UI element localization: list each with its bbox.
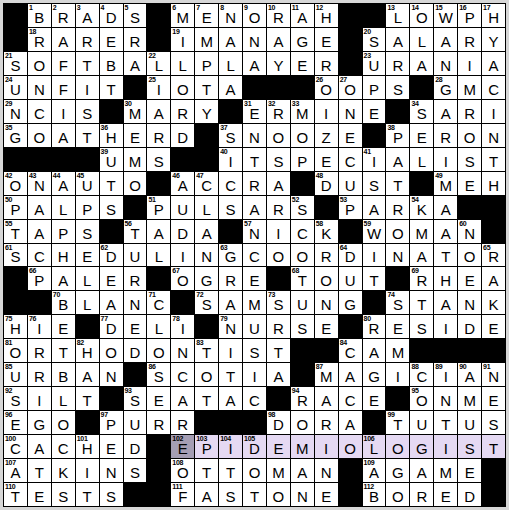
grid-cell-r5c6[interactable]: R	[147, 124, 170, 147]
grid-cell-r2c17[interactable]: A	[410, 52, 433, 75]
grid-cell-r17c20[interactable]: S	[482, 411, 505, 434]
grid-cell-r12c19[interactable]: N	[458, 291, 481, 314]
grid-cell-r16c0[interactable]: 92S	[4, 387, 27, 410]
grid-cell-r0c19[interactable]: 16P	[458, 4, 481, 27]
grid-cell-r6c5[interactable]: M	[124, 148, 147, 171]
grid-cell-r16c2[interactable]: L	[52, 387, 75, 410]
grid-cell-r0c20[interactable]: 17H	[482, 4, 505, 27]
grid-cell-r9c2[interactable]: P	[52, 220, 75, 243]
grid-cell-r13c9[interactable]: 79N	[219, 315, 242, 338]
grid-cell-r18c11[interactable]: E	[267, 435, 290, 458]
grid-cell-r10c14[interactable]: 64D	[339, 244, 362, 267]
grid-cell-r15c20[interactable]: 91N	[482, 363, 505, 386]
grid-cell-r2c1[interactable]: O	[28, 52, 51, 75]
grid-cell-r0c12[interactable]: 11A	[291, 4, 314, 27]
grid-cell-r20c11[interactable]: O	[267, 483, 290, 506]
grid-cell-r11c18[interactable]: H	[434, 267, 457, 290]
grid-cell-r1c16[interactable]: A	[386, 28, 409, 51]
grid-cell-r15c9[interactable]: T	[219, 363, 242, 386]
grid-cell-r3c16[interactable]: S	[386, 76, 409, 99]
grid-cell-r3c3[interactable]: I	[76, 76, 99, 99]
grid-cell-r20c10[interactable]: T	[243, 483, 266, 506]
grid-cell-r0c8[interactable]: 7E	[195, 4, 218, 27]
grid-cell-r14c8[interactable]: 83T	[195, 339, 218, 362]
grid-cell-r12c4[interactable]: A	[100, 291, 123, 314]
grid-cell-r20c9[interactable]: S	[219, 483, 242, 506]
grid-cell-r16c18[interactable]: N	[434, 387, 457, 410]
grid-cell-r19c5[interactable]: S	[124, 459, 147, 482]
grid-cell-r4c6[interactable]: A	[147, 100, 170, 123]
grid-cell-r8c18[interactable]: A	[434, 196, 457, 219]
grid-cell-r12c6[interactable]: 71C	[147, 291, 170, 314]
grid-cell-r2c2[interactable]: F	[52, 52, 75, 75]
grid-cell-r5c10[interactable]: N	[243, 124, 266, 147]
grid-cell-r7c9[interactable]: C	[219, 172, 242, 195]
grid-cell-r7c20[interactable]: H	[482, 172, 505, 195]
grid-cell-r2c8[interactable]: P	[195, 52, 218, 75]
grid-cell-r10c12[interactable]: O	[291, 244, 314, 267]
grid-cell-r19c9[interactable]: T	[219, 459, 242, 482]
grid-cell-r2c12[interactable]: E	[291, 52, 314, 75]
grid-cell-r14c16[interactable]: M	[386, 339, 409, 362]
grid-cell-r9c10[interactable]: 57N	[243, 220, 266, 243]
grid-cell-r7c4[interactable]: T	[100, 172, 123, 195]
grid-cell-r16c14[interactable]: C	[339, 387, 362, 410]
grid-cell-r8c11[interactable]: R	[267, 196, 290, 219]
grid-cell-r7c3[interactable]: 45U	[76, 172, 99, 195]
grid-cell-r9c15[interactable]: 59W	[363, 220, 386, 243]
grid-cell-r9c16[interactable]: O	[386, 220, 409, 243]
grid-cell-r18c14[interactable]: O	[339, 435, 362, 458]
grid-cell-r18c0[interactable]: 100C	[4, 435, 27, 458]
grid-cell-r3c2[interactable]: F	[52, 76, 75, 99]
grid-cell-r11c1[interactable]: 66P	[28, 267, 51, 290]
grid-cell-r18c9[interactable]: 104I	[219, 435, 242, 458]
grid-cell-r20c18[interactable]: E	[434, 483, 457, 506]
grid-cell-r8c4[interactable]: S	[100, 196, 123, 219]
grid-cell-r0c2[interactable]: 2R	[52, 4, 75, 27]
grid-cell-r8c12[interactable]: 52S	[291, 196, 314, 219]
grid-cell-r4c13[interactable]: I	[315, 100, 338, 123]
grid-cell-r19c15[interactable]: 109A	[363, 459, 386, 482]
grid-cell-r16c19[interactable]: M	[458, 387, 481, 410]
grid-cell-r2c9[interactable]: L	[219, 52, 242, 75]
grid-cell-r13c11[interactable]: R	[267, 315, 290, 338]
grid-cell-r10c5[interactable]: U	[124, 244, 147, 267]
grid-cell-r20c2[interactable]: S	[52, 483, 75, 506]
grid-cell-r8c8[interactable]: L	[195, 196, 218, 219]
grid-cell-r11c17[interactable]: 69R	[410, 267, 433, 290]
grid-cell-r19c12[interactable]: A	[291, 459, 314, 482]
grid-cell-r5c11[interactable]: O	[267, 124, 290, 147]
grid-cell-r13c13[interactable]: E	[315, 315, 338, 338]
grid-cell-r10c9[interactable]: 63G	[219, 244, 242, 267]
grid-cell-r3c15[interactable]: P	[363, 76, 386, 99]
grid-cell-r12c20[interactable]: K	[482, 291, 505, 314]
grid-cell-r0c3[interactable]: 3A	[76, 4, 99, 27]
grid-cell-r9c13[interactable]: 58K	[315, 220, 338, 243]
grid-cell-r6c11[interactable]: S	[267, 148, 290, 171]
grid-cell-r2c11[interactable]: Y	[267, 52, 290, 75]
grid-cell-r13c2[interactable]: E	[52, 315, 75, 338]
grid-cell-r9c0[interactable]: 55T	[4, 220, 27, 243]
grid-cell-r17c16[interactable]: 99T	[386, 411, 409, 434]
grid-cell-r14c15[interactable]: A	[363, 339, 386, 362]
grid-cell-r17c12[interactable]: O	[291, 411, 314, 434]
grid-cell-r5c5[interactable]: E	[124, 124, 147, 147]
grid-cell-r5c2[interactable]: A	[52, 124, 75, 147]
grid-cell-r1c3[interactable]: R	[76, 28, 99, 51]
grid-cell-r1c7[interactable]: 19I	[171, 28, 194, 51]
grid-cell-r7c1[interactable]: 43N	[28, 172, 51, 195]
grid-cell-r1c10[interactable]: N	[243, 28, 266, 51]
grid-cell-r12c11[interactable]: 73S	[267, 291, 290, 314]
grid-cell-r13c4[interactable]: 77D	[100, 315, 123, 338]
grid-cell-r12c5[interactable]: N	[124, 291, 147, 314]
grid-cell-r16c20[interactable]: E	[482, 387, 505, 410]
grid-cell-r0c9[interactable]: 8N	[219, 4, 242, 27]
grid-cell-r7c18[interactable]: 49M	[434, 172, 457, 195]
grid-cell-r18c15[interactable]: 106L	[363, 435, 386, 458]
grid-cell-r3c7[interactable]: O	[171, 76, 194, 99]
grid-cell-r3c1[interactable]: N	[28, 76, 51, 99]
grid-cell-r15c0[interactable]: 85U	[4, 363, 27, 386]
grid-cell-r7c19[interactable]: E	[458, 172, 481, 195]
grid-cell-r17c4[interactable]: 97P	[100, 411, 123, 434]
grid-cell-r8c7[interactable]: U	[171, 196, 194, 219]
grid-cell-r4c0[interactable]: 29N	[4, 100, 27, 123]
grid-cell-r3c19[interactable]: M	[458, 76, 481, 99]
grid-cell-r12c18[interactable]: A	[434, 291, 457, 314]
grid-cell-r10c10[interactable]: C	[243, 244, 266, 267]
grid-cell-r0c4[interactable]: 4D	[100, 4, 123, 27]
grid-cell-r10c1[interactable]: C	[28, 244, 51, 267]
grid-cell-r4c15[interactable]: E	[363, 100, 386, 123]
grid-cell-r4c1[interactable]: C	[28, 100, 51, 123]
grid-cell-r16c7[interactable]: A	[171, 387, 194, 410]
grid-cell-r4c7[interactable]: R	[171, 100, 194, 123]
grid-cell-r11c10[interactable]: E	[243, 267, 266, 290]
grid-cell-r3c20[interactable]: C	[482, 76, 505, 99]
grid-cell-r4c2[interactable]: I	[52, 100, 75, 123]
grid-cell-r17c17[interactable]: U	[410, 411, 433, 434]
grid-cell-r9c5[interactable]: 56T	[124, 220, 147, 243]
grid-cell-r14c10[interactable]: S	[243, 339, 266, 362]
grid-cell-r10c17[interactable]: A	[410, 244, 433, 267]
grid-cell-r11c15[interactable]: T	[363, 267, 386, 290]
grid-cell-r13c20[interactable]: E	[482, 315, 505, 338]
grid-cell-r10c3[interactable]: E	[76, 244, 99, 267]
grid-cell-r1c17[interactable]: L	[410, 28, 433, 51]
grid-cell-r6c10[interactable]: T	[243, 148, 266, 171]
grid-cell-r7c14[interactable]: U	[339, 172, 362, 195]
grid-cell-r3c6[interactable]: 25I	[147, 76, 170, 99]
grid-cell-r0c13[interactable]: 12H	[315, 4, 338, 27]
grid-cell-r9c11[interactable]: I	[267, 220, 290, 243]
grid-cell-r17c1[interactable]: G	[28, 411, 51, 434]
grid-cell-r10c19[interactable]: O	[458, 244, 481, 267]
grid-cell-r17c7[interactable]: R	[171, 411, 194, 434]
grid-cell-r2c16[interactable]: R	[386, 52, 409, 75]
grid-cell-r20c4[interactable]: S	[100, 483, 123, 506]
grid-cell-r13c5[interactable]: E	[124, 315, 147, 338]
grid-cell-r11c4[interactable]: E	[100, 267, 123, 290]
grid-cell-r0c1[interactable]: 1B	[28, 4, 51, 27]
grid-cell-r8c16[interactable]: R	[386, 196, 409, 219]
grid-cell-r17c13[interactable]: R	[315, 411, 338, 434]
grid-cell-r0c16[interactable]: 13L	[386, 4, 409, 27]
grid-cell-r10c11[interactable]: O	[267, 244, 290, 267]
grid-cell-r16c5[interactable]: 93S	[124, 387, 147, 410]
grid-cell-r0c18[interactable]: 15W	[434, 4, 457, 27]
grid-cell-r17c19[interactable]: U	[458, 411, 481, 434]
grid-cell-r4c19[interactable]: R	[458, 100, 481, 123]
grid-cell-r14c3[interactable]: 82H	[76, 339, 99, 362]
grid-cell-r10c13[interactable]: R	[315, 244, 338, 267]
grid-cell-r4c11[interactable]: 32R	[267, 100, 290, 123]
grid-cell-r15c16[interactable]: I	[386, 363, 409, 386]
grid-cell-r3c18[interactable]: 28G	[434, 76, 457, 99]
grid-cell-r15c7[interactable]: C	[171, 363, 194, 386]
grid-cell-r16c3[interactable]: T	[76, 387, 99, 410]
grid-cell-r1c1[interactable]: 18R	[28, 28, 51, 51]
grid-cell-r1c20[interactable]: Y	[482, 28, 505, 51]
grid-cell-r18c18[interactable]: I	[434, 435, 457, 458]
grid-cell-r10c18[interactable]: T	[434, 244, 457, 267]
grid-cell-r19c11[interactable]: M	[267, 459, 290, 482]
grid-cell-r10c0[interactable]: 61S	[4, 244, 27, 267]
grid-cell-r15c19[interactable]: 90A	[458, 363, 481, 386]
grid-cell-r4c10[interactable]: 31E	[243, 100, 266, 123]
grid-cell-r15c15[interactable]: G	[363, 363, 386, 386]
grid-cell-r1c13[interactable]: E	[315, 28, 338, 51]
grid-cell-r5c9[interactable]: 37S	[219, 124, 242, 147]
grid-cell-r14c0[interactable]: 81O	[4, 339, 27, 362]
grid-cell-r1c2[interactable]: A	[52, 28, 75, 51]
grid-cell-r17c18[interactable]: T	[434, 411, 457, 434]
grid-cell-r17c11[interactable]: 98D	[267, 411, 290, 434]
grid-cell-r5c12[interactable]: O	[291, 124, 314, 147]
grid-cell-r0c11[interactable]: 10R	[267, 4, 290, 27]
grid-cell-r10c6[interactable]: L	[147, 244, 170, 267]
grid-cell-r5c14[interactable]: E	[339, 124, 362, 147]
grid-cell-r15c13[interactable]: 87M	[315, 363, 338, 386]
grid-cell-r5c3[interactable]: T	[76, 124, 99, 147]
grid-cell-r1c4[interactable]: E	[100, 28, 123, 51]
grid-cell-r14c4[interactable]: O	[100, 339, 123, 362]
grid-cell-r6c15[interactable]: 41I	[363, 148, 386, 171]
grid-cell-r15c2[interactable]: B	[52, 363, 75, 386]
grid-cell-r12c14[interactable]: G	[339, 291, 362, 314]
grid-cell-r12c16[interactable]: 74S	[386, 291, 409, 314]
grid-cell-r16c6[interactable]: E	[147, 387, 170, 410]
grid-cell-r19c0[interactable]: 107A	[4, 459, 27, 482]
grid-cell-r1c18[interactable]: A	[434, 28, 457, 51]
grid-cell-r13c15[interactable]: 80R	[363, 315, 386, 338]
grid-cell-r7c16[interactable]: T	[386, 172, 409, 195]
grid-cell-r18c3[interactable]: 101H	[76, 435, 99, 458]
grid-cell-r7c0[interactable]: 42O	[4, 172, 27, 195]
grid-cell-r8c6[interactable]: 51P	[147, 196, 170, 219]
grid-cell-r17c6[interactable]: R	[147, 411, 170, 434]
grid-cell-r0c17[interactable]: 14O	[410, 4, 433, 27]
grid-cell-r19c10[interactable]: O	[243, 459, 266, 482]
grid-cell-r19c8[interactable]: T	[195, 459, 218, 482]
grid-cell-r13c12[interactable]: S	[291, 315, 314, 338]
grid-cell-r1c15[interactable]: 20S	[363, 28, 386, 51]
grid-cell-r10c16[interactable]: N	[386, 244, 409, 267]
grid-cell-r2c10[interactable]: A	[243, 52, 266, 75]
grid-cell-r8c0[interactable]: 50P	[4, 196, 27, 219]
grid-cell-r0c10[interactable]: 9O	[243, 4, 266, 27]
grid-cell-r14c6[interactable]: O	[147, 339, 170, 362]
grid-cell-r16c15[interactable]: E	[363, 387, 386, 410]
grid-cell-r19c4[interactable]: N	[100, 459, 123, 482]
grid-cell-r11c5[interactable]: R	[124, 267, 147, 290]
grid-cell-r13c1[interactable]: 76I	[28, 315, 51, 338]
grid-cell-r13c6[interactable]: L	[147, 315, 170, 338]
grid-cell-r2c0[interactable]: 21S	[4, 52, 27, 75]
grid-cell-r15c1[interactable]: R	[28, 363, 51, 386]
grid-cell-r8c10[interactable]: A	[243, 196, 266, 219]
grid-cell-r12c12[interactable]: U	[291, 291, 314, 314]
grid-cell-r3c8[interactable]: T	[195, 76, 218, 99]
grid-cell-r2c6[interactable]: 22L	[147, 52, 170, 75]
grid-cell-r10c20[interactable]: 65R	[482, 244, 505, 267]
grid-cell-r16c8[interactable]: T	[195, 387, 218, 410]
grid-cell-r5c13[interactable]: Z	[315, 124, 338, 147]
grid-cell-r13c0[interactable]: 75H	[4, 315, 27, 338]
grid-cell-r20c1[interactable]: E	[28, 483, 51, 506]
grid-cell-r6c20[interactable]: T	[482, 148, 505, 171]
grid-cell-r5c17[interactable]: E	[410, 124, 433, 147]
grid-cell-r5c16[interactable]: 38P	[386, 124, 409, 147]
grid-cell-r15c10[interactable]: I	[243, 363, 266, 386]
grid-cell-r6c16[interactable]: A	[386, 148, 409, 171]
grid-cell-r7c15[interactable]: S	[363, 172, 386, 195]
grid-cell-r5c7[interactable]: D	[171, 124, 194, 147]
grid-cell-r19c3[interactable]: I	[76, 459, 99, 482]
grid-cell-r15c14[interactable]: A	[339, 363, 362, 386]
grid-cell-r11c2[interactable]: A	[52, 267, 75, 290]
grid-cell-r13c19[interactable]: D	[458, 315, 481, 338]
grid-cell-r17c0[interactable]: 96E	[4, 411, 27, 434]
grid-cell-r14c1[interactable]: R	[28, 339, 51, 362]
grid-cell-r8c17[interactable]: 54K	[410, 196, 433, 219]
grid-cell-r20c0[interactable]: 110T	[4, 483, 27, 506]
grid-cell-r13c10[interactable]: U	[243, 315, 266, 338]
grid-cell-r2c15[interactable]: 23U	[363, 52, 386, 75]
grid-cell-r15c6[interactable]: 86S	[147, 363, 170, 386]
grid-cell-r20c12[interactable]: N	[291, 483, 314, 506]
grid-cell-r9c17[interactable]: M	[410, 220, 433, 243]
grid-cell-r15c18[interactable]: 89I	[434, 363, 457, 386]
grid-cell-r10c8[interactable]: N	[195, 244, 218, 267]
grid-cell-r9c18[interactable]: A	[434, 220, 457, 243]
grid-cell-r4c3[interactable]: S	[76, 100, 99, 123]
grid-cell-r9c7[interactable]: D	[171, 220, 194, 243]
grid-cell-r11c7[interactable]: 67O	[171, 267, 194, 290]
grid-cell-r2c3[interactable]: T	[76, 52, 99, 75]
grid-cell-r7c10[interactable]: R	[243, 172, 266, 195]
grid-cell-r3c4[interactable]: T	[100, 76, 123, 99]
grid-cell-r7c13[interactable]: 48D	[315, 172, 338, 195]
grid-cell-r4c17[interactable]: 34S	[410, 100, 433, 123]
grid-cell-r5c20[interactable]: N	[482, 124, 505, 147]
grid-cell-r20c17[interactable]: R	[410, 483, 433, 506]
grid-cell-r19c16[interactable]: G	[386, 459, 409, 482]
grid-cell-r14c11[interactable]: T	[267, 339, 290, 362]
grid-cell-r9c12[interactable]: C	[291, 220, 314, 243]
grid-cell-r16c9[interactable]: A	[219, 387, 242, 410]
grid-cell-r19c18[interactable]: M	[434, 459, 457, 482]
grid-cell-r2c4[interactable]: B	[100, 52, 123, 75]
grid-cell-r13c7[interactable]: 78I	[171, 315, 194, 338]
grid-cell-r0c7[interactable]: 6M	[171, 4, 194, 27]
grid-cell-r6c19[interactable]: S	[458, 148, 481, 171]
grid-cell-r7c7[interactable]: 46A	[171, 172, 194, 195]
grid-cell-r9c6[interactable]: A	[147, 220, 170, 243]
grid-cell-r13c18[interactable]: I	[434, 315, 457, 338]
grid-cell-r20c16[interactable]: O	[386, 483, 409, 506]
grid-cell-r2c7[interactable]: L	[171, 52, 194, 75]
grid-cell-r16c10[interactable]: C	[243, 387, 266, 410]
grid-cell-r12c8[interactable]: 72S	[195, 291, 218, 314]
grid-cell-r3c9[interactable]: A	[219, 76, 242, 99]
grid-cell-r4c14[interactable]: N	[339, 100, 362, 123]
grid-cell-r5c19[interactable]: O	[458, 124, 481, 147]
grid-cell-r8c3[interactable]: P	[76, 196, 99, 219]
grid-cell-r5c0[interactable]: 35G	[4, 124, 27, 147]
grid-cell-r18c1[interactable]: A	[28, 435, 51, 458]
grid-cell-r12c2[interactable]: 70B	[52, 291, 75, 314]
grid-cell-r6c12[interactable]: P	[291, 148, 314, 171]
grid-cell-r1c5[interactable]: R	[124, 28, 147, 51]
grid-cell-r10c7[interactable]: I	[171, 244, 194, 267]
grid-cell-r19c7[interactable]: 108O	[171, 459, 194, 482]
grid-cell-r3c0[interactable]: 24U	[4, 76, 27, 99]
grid-cell-r0c5[interactable]: 5S	[124, 4, 147, 27]
grid-cell-r1c12[interactable]: G	[291, 28, 314, 51]
grid-cell-r9c3[interactable]: S	[76, 220, 99, 243]
grid-cell-r1c19[interactable]: R	[458, 28, 481, 51]
grid-cell-r4c20[interactable]: I	[482, 100, 505, 123]
grid-cell-r20c8[interactable]: A	[195, 483, 218, 506]
grid-cell-r18c17[interactable]: G	[410, 435, 433, 458]
grid-cell-r14c9[interactable]: I	[219, 339, 242, 362]
grid-cell-r7c5[interactable]: O	[124, 172, 147, 195]
grid-cell-r11c13[interactable]: O	[315, 267, 338, 290]
grid-cell-r10c2[interactable]: H	[52, 244, 75, 267]
grid-cell-r15c3[interactable]: A	[76, 363, 99, 386]
grid-cell-r6c9[interactable]: 40I	[219, 148, 242, 171]
grid-cell-r8c2[interactable]: L	[52, 196, 75, 219]
grid-cell-r6c6[interactable]: S	[147, 148, 170, 171]
grid-cell-r3c14[interactable]: 27O	[339, 76, 362, 99]
grid-cell-r9c1[interactable]: A	[28, 220, 51, 243]
grid-cell-r11c12[interactable]: 68T	[291, 267, 314, 290]
grid-cell-r20c13[interactable]: E	[315, 483, 338, 506]
grid-cell-r6c13[interactable]: E	[315, 148, 338, 171]
grid-cell-r8c14[interactable]: 53P	[339, 196, 362, 219]
grid-cell-r6c17[interactable]: L	[410, 148, 433, 171]
grid-cell-r16c1[interactable]: I	[28, 387, 51, 410]
grid-cell-r8c9[interactable]: S	[219, 196, 242, 219]
grid-cell-r9c19[interactable]: 60N	[458, 220, 481, 243]
grid-cell-r4c8[interactable]: Y	[195, 100, 218, 123]
grid-cell-r18c4[interactable]: E	[100, 435, 123, 458]
grid-cell-r5c18[interactable]: R	[434, 124, 457, 147]
